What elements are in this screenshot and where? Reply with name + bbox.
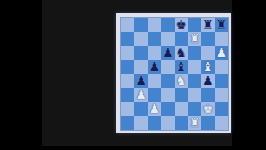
square-b5[interactable]: [134, 60, 147, 74]
square-f5[interactable]: [188, 60, 201, 74]
piece-black-knight[interactable]: ♞: [176, 46, 187, 59]
square-h4[interactable]: [215, 74, 228, 88]
square-f1[interactable]: ♜: [188, 116, 201, 130]
square-b4[interactable]: ♟: [134, 74, 147, 88]
square-d2[interactable]: [161, 102, 174, 116]
square-a2[interactable]: [121, 102, 134, 116]
piece-white-rook[interactable]: ♜: [189, 32, 200, 45]
square-g2[interactable]: ♚: [201, 102, 214, 116]
square-f2[interactable]: [188, 102, 201, 116]
square-d4[interactable]: [161, 74, 174, 88]
piece-black-pawn[interactable]: ♟: [149, 60, 160, 73]
piece-white-bishop[interactable]: ♝: [202, 60, 213, 73]
piece-black-rook[interactable]: ♜: [216, 18, 227, 31]
square-d5[interactable]: [161, 60, 174, 74]
chessboard: ♚♜♜♜♟♞♟♟♝♝♟♞♟♟♟♚♜: [120, 17, 229, 131]
square-h5[interactable]: [215, 60, 228, 74]
square-b3[interactable]: ♟: [134, 88, 147, 102]
square-c7[interactable]: [148, 32, 161, 46]
square-d6[interactable]: ♟: [161, 46, 174, 60]
square-f8[interactable]: [188, 18, 201, 32]
square-c8[interactable]: [148, 18, 161, 32]
square-f6[interactable]: [188, 46, 201, 60]
square-b8[interactable]: [134, 18, 147, 32]
square-d8[interactable]: [161, 18, 174, 32]
square-e8[interactable]: ♚: [175, 18, 188, 32]
square-c5[interactable]: ♟: [148, 60, 161, 74]
square-a1[interactable]: [121, 116, 134, 130]
square-g7[interactable]: [201, 32, 214, 46]
piece-black-king[interactable]: ♚: [176, 18, 187, 31]
square-e6[interactable]: ♞: [175, 46, 188, 60]
square-h6[interactable]: ♟: [215, 46, 228, 60]
square-h3[interactable]: [215, 88, 228, 102]
square-h7[interactable]: [215, 32, 228, 46]
square-f4[interactable]: [188, 74, 201, 88]
square-d1[interactable]: [161, 116, 174, 130]
square-g4[interactable]: ♟: [201, 74, 214, 88]
square-c3[interactable]: [148, 88, 161, 102]
piece-white-knight[interactable]: ♞: [176, 74, 187, 87]
square-b1[interactable]: [134, 116, 147, 130]
square-e3[interactable]: [175, 88, 188, 102]
square-c4[interactable]: [148, 74, 161, 88]
square-a4[interactable]: [121, 74, 134, 88]
square-c6[interactable]: [148, 46, 161, 60]
square-g8[interactable]: ♜: [201, 18, 214, 32]
square-e7[interactable]: [175, 32, 188, 46]
square-e5[interactable]: ♝: [175, 60, 188, 74]
square-g6[interactable]: [201, 46, 214, 60]
square-e2[interactable]: [175, 102, 188, 116]
square-e4[interactable]: ♞: [175, 74, 188, 88]
piece-black-pawn[interactable]: ♟: [202, 74, 213, 87]
square-d3[interactable]: [161, 88, 174, 102]
square-b6[interactable]: [134, 46, 147, 60]
square-a5[interactable]: [121, 60, 134, 74]
square-h8[interactable]: ♜: [215, 18, 228, 32]
square-d7[interactable]: [161, 32, 174, 46]
projected-screen: ♚♜♜♜♟♞♟♟♝♝♟♞♟♟♟♚♜: [42, 0, 232, 146]
piece-black-rook[interactable]: ♜: [202, 18, 213, 31]
square-b2[interactable]: [134, 102, 147, 116]
square-f3[interactable]: [188, 88, 201, 102]
square-a7[interactable]: [121, 32, 134, 46]
square-a8[interactable]: [121, 18, 134, 32]
video-frame: ♚♜♜♜♟♞♟♟♝♝♟♞♟♟♟♚♜: [0, 0, 266, 150]
square-h1[interactable]: [215, 116, 228, 130]
square-c2[interactable]: ♟: [148, 102, 161, 116]
piece-black-pawn[interactable]: ♟: [135, 74, 146, 87]
square-e1[interactable]: [175, 116, 188, 130]
piece-black-bishop[interactable]: ♝: [176, 60, 187, 73]
square-h2[interactable]: [215, 102, 228, 116]
square-c1[interactable]: [148, 116, 161, 130]
square-g1[interactable]: [201, 116, 214, 130]
piece-white-king[interactable]: ♚: [202, 102, 213, 115]
chessboard-frame: ♚♜♜♜♟♞♟♟♝♝♟♞♟♟♟♚♜: [116, 13, 231, 133]
square-b7[interactable]: [134, 32, 147, 46]
piece-white-pawn[interactable]: ♟: [149, 102, 160, 115]
square-g3[interactable]: [201, 88, 214, 102]
piece-white-rook[interactable]: ♜: [189, 116, 200, 129]
square-f7[interactable]: ♜: [188, 32, 201, 46]
piece-black-pawn[interactable]: ♟: [162, 46, 173, 59]
square-a6[interactable]: [121, 46, 134, 60]
piece-white-pawn[interactable]: ♟: [216, 46, 227, 59]
square-a3[interactable]: [121, 88, 134, 102]
square-g5[interactable]: ♝: [201, 60, 214, 74]
piece-white-pawn[interactable]: ♟: [135, 88, 146, 101]
